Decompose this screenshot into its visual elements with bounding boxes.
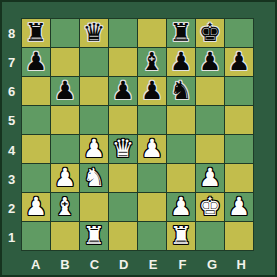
- square-b8[interactable]: [51, 19, 79, 47]
- rank-labels: 87654321: [2, 19, 21, 252]
- file-label-d: D: [109, 253, 138, 275]
- square-c3[interactable]: ♞: [80, 164, 108, 192]
- square-f7[interactable]: ♟: [167, 48, 195, 76]
- square-e1[interactable]: [138, 222, 166, 250]
- square-b1[interactable]: [51, 222, 79, 250]
- square-f4[interactable]: [167, 135, 195, 163]
- square-e2[interactable]: [138, 193, 166, 221]
- black-knight-icon: ♞: [170, 77, 192, 105]
- square-d4[interactable]: ♛: [109, 135, 137, 163]
- black-bishop-icon: ♝: [141, 48, 163, 76]
- square-b5[interactable]: [51, 106, 79, 134]
- square-c6[interactable]: [80, 77, 108, 105]
- black-pawn-icon: ♟: [228, 48, 250, 76]
- white-pawn-icon: ♟: [199, 164, 221, 192]
- square-d1[interactable]: [109, 222, 137, 250]
- square-c8[interactable]: ♛: [80, 19, 108, 47]
- square-h5[interactable]: [225, 106, 253, 134]
- square-h1[interactable]: [225, 222, 253, 250]
- white-pawn-icon: ♟: [141, 135, 163, 163]
- square-a6[interactable]: [22, 77, 50, 105]
- black-rook-icon: ♜: [170, 19, 192, 47]
- white-knight-icon: ♞: [83, 164, 105, 192]
- square-f6[interactable]: ♞: [167, 77, 195, 105]
- black-rook-icon: ♜: [25, 19, 47, 47]
- rank-label-7: 7: [2, 48, 21, 77]
- rank-label-6: 6: [2, 77, 21, 106]
- file-labels: ABCDEFGH: [21, 253, 256, 275]
- black-queen-icon: ♛: [83, 19, 105, 47]
- square-h2[interactable]: ♟: [225, 193, 253, 221]
- rank-label-5: 5: [2, 106, 21, 135]
- file-label-f: F: [168, 253, 197, 275]
- square-b4[interactable]: [51, 135, 79, 163]
- square-e4[interactable]: ♟: [138, 135, 166, 163]
- white-pawn-icon: ♟: [170, 193, 192, 221]
- square-a5[interactable]: [22, 106, 50, 134]
- white-pawn-icon: ♟: [25, 193, 47, 221]
- white-rook-icon: ♜: [170, 222, 192, 250]
- white-pawn-icon: ♟: [228, 193, 250, 221]
- square-f2[interactable]: ♟: [167, 193, 195, 221]
- file-label-a: A: [21, 253, 50, 275]
- black-pawn-icon: ♟: [112, 77, 134, 105]
- board-grid: ♜♛♜♚♟♝♟♟♟♟♟♟♞♟♛♟♟♞♟♟♝♟♚♟♜♜: [21, 18, 254, 251]
- square-b7[interactable]: [51, 48, 79, 76]
- file-label-b: B: [50, 253, 79, 275]
- square-d8[interactable]: [109, 19, 137, 47]
- square-c1[interactable]: ♜: [80, 222, 108, 250]
- square-f3[interactable]: [167, 164, 195, 192]
- black-pawn-icon: ♟: [199, 48, 221, 76]
- square-d6[interactable]: ♟: [109, 77, 137, 105]
- square-g5[interactable]: [196, 106, 224, 134]
- square-a2[interactable]: ♟: [22, 193, 50, 221]
- square-c4[interactable]: ♟: [80, 135, 108, 163]
- square-d7[interactable]: [109, 48, 137, 76]
- black-king-icon: ♚: [199, 19, 221, 47]
- white-pawn-icon: ♟: [83, 135, 105, 163]
- file-label-e: E: [139, 253, 168, 275]
- square-c7[interactable]: [80, 48, 108, 76]
- rank-label-2: 2: [2, 194, 21, 223]
- square-f5[interactable]: [167, 106, 195, 134]
- square-d2[interactable]: [109, 193, 137, 221]
- square-g1[interactable]: [196, 222, 224, 250]
- square-g2[interactable]: ♚: [196, 193, 224, 221]
- square-c5[interactable]: [80, 106, 108, 134]
- square-g6[interactable]: [196, 77, 224, 105]
- rank-label-1: 1: [2, 223, 21, 252]
- square-e5[interactable]: [138, 106, 166, 134]
- square-e8[interactable]: [138, 19, 166, 47]
- rank-label-8: 8: [2, 19, 21, 48]
- black-pawn-icon: ♟: [170, 48, 192, 76]
- square-b3[interactable]: ♟: [51, 164, 79, 192]
- white-rook-icon: ♜: [83, 222, 105, 250]
- square-e7[interactable]: ♝: [138, 48, 166, 76]
- black-pawn-icon: ♟: [25, 48, 47, 76]
- square-a4[interactable]: [22, 135, 50, 163]
- file-label-c: C: [80, 253, 109, 275]
- file-label-g: G: [197, 253, 226, 275]
- square-e6[interactable]: ♟: [138, 77, 166, 105]
- square-d5[interactable]: [109, 106, 137, 134]
- square-h7[interactable]: ♟: [225, 48, 253, 76]
- square-h6[interactable]: [225, 77, 253, 105]
- square-h4[interactable]: [225, 135, 253, 163]
- white-bishop-icon: ♝: [54, 193, 76, 221]
- chess-board-window: 87654321 ♜♛♜♚♟♝♟♟♟♟♟♟♞♟♛♟♟♞♟♟♝♟♚♟♜♜ ABCD…: [0, 0, 277, 277]
- rank-label-3: 3: [2, 165, 21, 194]
- square-h3[interactable]: [225, 164, 253, 192]
- square-g3[interactable]: ♟: [196, 164, 224, 192]
- square-a8[interactable]: ♜: [22, 19, 50, 47]
- white-pawn-icon: ♟: [54, 164, 76, 192]
- black-pawn-icon: ♟: [54, 77, 76, 105]
- square-a1[interactable]: [22, 222, 50, 250]
- file-label-h: H: [227, 253, 256, 275]
- square-b6[interactable]: ♟: [51, 77, 79, 105]
- white-queen-icon: ♛: [112, 135, 134, 163]
- square-a3[interactable]: [22, 164, 50, 192]
- white-king-icon: ♚: [199, 193, 221, 221]
- square-f1[interactable]: ♜: [167, 222, 195, 250]
- square-g4[interactable]: [196, 135, 224, 163]
- square-c2[interactable]: [80, 193, 108, 221]
- square-f8[interactable]: ♜: [167, 19, 195, 47]
- square-a7[interactable]: ♟: [22, 48, 50, 76]
- square-g7[interactable]: ♟: [196, 48, 224, 76]
- rank-label-4: 4: [2, 136, 21, 165]
- black-pawn-icon: ♟: [141, 77, 163, 105]
- square-e3[interactable]: [138, 164, 166, 192]
- square-d3[interactable]: [109, 164, 137, 192]
- square-g8[interactable]: ♚: [196, 19, 224, 47]
- square-h8[interactable]: [225, 19, 253, 47]
- square-b2[interactable]: ♝: [51, 193, 79, 221]
